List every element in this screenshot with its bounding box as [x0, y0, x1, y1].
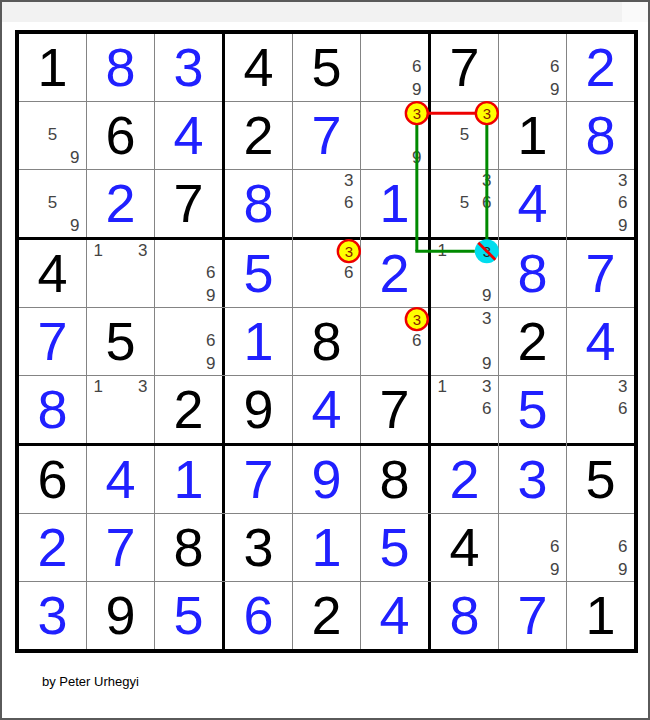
- cell-r9c8[interactable]: 7: [499, 582, 566, 649]
- cell-r1c7[interactable]: 7: [431, 34, 498, 101]
- top-strip: [2, 2, 648, 22]
- candidate-digit: 9: [544, 79, 566, 101]
- given-digit: 7: [361, 376, 428, 443]
- candidate-digit: 6: [612, 192, 634, 214]
- candidate-grid: 69: [155, 308, 222, 375]
- cell-r9c2[interactable]: 9: [87, 582, 154, 649]
- cell-r5c7[interactable]: 39: [431, 308, 498, 375]
- cell-r6c3[interactable]: 2: [155, 376, 222, 443]
- candidate-digit: 3: [476, 170, 498, 192]
- solved-digit: 7: [293, 102, 360, 169]
- cell-r4c6[interactable]: 2: [361, 240, 428, 307]
- cell-r6c1[interactable]: 8: [19, 376, 86, 443]
- candidate-digit: 6: [200, 262, 222, 284]
- solved-digit: 4: [361, 582, 428, 649]
- candidate-digit: 9: [64, 147, 86, 169]
- candidate-digit: 9: [476, 353, 498, 375]
- cell-r4c9[interactable]: 7: [567, 240, 634, 307]
- candidate-grid: 59: [19, 102, 86, 169]
- cell-r7c3[interactable]: 1: [155, 446, 222, 513]
- solved-digit: 4: [155, 102, 222, 169]
- candidate-grid: 69: [499, 34, 566, 101]
- candidate-digit: 9: [406, 147, 428, 169]
- cell-r5c6[interactable]: 36: [361, 308, 428, 375]
- candidate-digit: 6: [544, 56, 566, 78]
- cell-r6c8[interactable]: 5: [499, 376, 566, 443]
- solved-digit: 3: [499, 446, 566, 513]
- cell-r4c8[interactable]: 8: [499, 240, 566, 307]
- cell-r2c2[interactable]: 6: [87, 102, 154, 169]
- given-digit: 1: [567, 582, 634, 649]
- cell-r9c3[interactable]: 5: [155, 582, 222, 649]
- candidate-digit: 1: [87, 240, 109, 262]
- cell-r3c3[interactable]: 7: [155, 170, 222, 237]
- cell-r1c2[interactable]: 8: [87, 34, 154, 101]
- candidate-digit: 6: [200, 330, 222, 352]
- cell-r5c5[interactable]: 8: [293, 308, 360, 375]
- cell-r2c9[interactable]: 8: [567, 102, 634, 169]
- cell-r2c7[interactable]: 35: [431, 102, 498, 169]
- candidate-digit: 9: [64, 215, 86, 237]
- candidate-digit: 3: [476, 240, 498, 262]
- cell-r2c4[interactable]: 2: [225, 102, 292, 169]
- given-digit: 9: [87, 582, 154, 649]
- solved-digit: 1: [155, 446, 222, 513]
- candidate-grid: 36: [293, 240, 360, 307]
- candidate-digit: 9: [200, 285, 222, 307]
- sudoku-board: 1834569769259642739351859278361356436941…: [15, 30, 638, 653]
- solved-digit: 4: [293, 376, 360, 443]
- solved-digit: 4: [567, 308, 634, 375]
- solved-digit: 6: [225, 582, 292, 649]
- candidate-digit: 9: [476, 285, 498, 307]
- cell-r1c5[interactable]: 5: [293, 34, 360, 101]
- solved-digit: 7: [19, 308, 86, 375]
- solved-digit: 8: [499, 240, 566, 307]
- solved-digit: 4: [499, 170, 566, 237]
- cell-r3c2[interactable]: 2: [87, 170, 154, 237]
- given-digit: 6: [19, 446, 86, 513]
- candidate-digit: 3: [476, 102, 498, 124]
- candidate-digit: 1: [431, 376, 453, 398]
- candidate-digit: 3: [476, 376, 498, 398]
- cell-r3c4[interactable]: 8: [225, 170, 292, 237]
- candidate-digit: 6: [406, 330, 428, 352]
- cell-r5c9[interactable]: 4: [567, 308, 634, 375]
- candidate-grid: 356: [431, 170, 498, 237]
- candidate-digit: 5: [41, 124, 63, 146]
- candidate-digit: 5: [41, 192, 63, 214]
- cell-r9c7[interactable]: 8: [431, 582, 498, 649]
- candidate-digit: 6: [338, 262, 360, 284]
- candidate-digit: 3: [338, 240, 360, 262]
- cell-r6c2[interactable]: 13: [87, 376, 154, 443]
- cell-r9c6[interactable]: 4: [361, 582, 428, 649]
- given-digit: 5: [293, 34, 360, 101]
- candidate-digit: 6: [612, 536, 634, 558]
- cell-r3c7[interactable]: 356: [431, 170, 498, 237]
- candidate-digit: 3: [338, 170, 360, 192]
- cell-r1c9[interactable]: 2: [567, 34, 634, 101]
- candidate-digit: 1: [431, 240, 453, 262]
- cell-r2c1[interactable]: 59: [19, 102, 86, 169]
- candidate-grid: 36: [361, 308, 428, 375]
- cell-r7c6[interactable]: 8: [361, 446, 428, 513]
- candidate-digit: 9: [406, 79, 428, 101]
- given-digit: 7: [431, 34, 498, 101]
- solved-digit: 7: [499, 582, 566, 649]
- top-strip-corner: [622, 2, 648, 22]
- cell-r9c4[interactable]: 6: [225, 582, 292, 649]
- given-digit: 8: [361, 446, 428, 513]
- cell-r1c3[interactable]: 3: [155, 34, 222, 101]
- cell-r9c1[interactable]: 3: [19, 582, 86, 649]
- given-digit: 4: [431, 514, 498, 581]
- cell-r8c9[interactable]: 69: [567, 514, 634, 581]
- cell-r6c5[interactable]: 4: [293, 376, 360, 443]
- given-digit: 8: [155, 514, 222, 581]
- solved-digit: 5: [499, 376, 566, 443]
- cell-r5c1[interactable]: 7: [19, 308, 86, 375]
- candidate-grid: 39: [431, 308, 498, 375]
- given-digit: 6: [87, 102, 154, 169]
- cell-r3c9[interactable]: 369: [567, 170, 634, 237]
- given-digit: 9: [225, 376, 292, 443]
- cell-r5c2[interactable]: 5: [87, 308, 154, 375]
- candidate-digit: 6: [338, 192, 360, 214]
- solved-digit: 2: [361, 240, 428, 307]
- solved-digit: 8: [225, 170, 292, 237]
- puzzle-credit: by Peter Urhegyi: [42, 674, 139, 689]
- solved-digit: 3: [155, 34, 222, 101]
- solved-digit: 2: [567, 34, 634, 101]
- solved-digit: 5: [361, 514, 428, 581]
- cell-r8c3[interactable]: 8: [155, 514, 222, 581]
- given-digit: 2: [293, 582, 360, 649]
- cell-r7c4[interactable]: 7: [225, 446, 292, 513]
- candidate-grid: 59: [19, 170, 86, 237]
- candidate-digit: 3: [132, 376, 154, 398]
- cell-r4c4[interactable]: 5: [225, 240, 292, 307]
- candidate-digit: 9: [612, 215, 634, 237]
- cell-r7c2[interactable]: 4: [87, 446, 154, 513]
- cell-r4c2[interactable]: 13: [87, 240, 154, 307]
- given-digit: 1: [499, 102, 566, 169]
- cell-r2c6[interactable]: 39: [361, 102, 428, 169]
- cell-r2c8[interactable]: 1: [499, 102, 566, 169]
- cell-r7c7[interactable]: 2: [431, 446, 498, 513]
- solved-digit: 4: [87, 446, 154, 513]
- candidate-grid: 69: [567, 514, 634, 581]
- solved-digit: 1: [225, 308, 292, 375]
- cell-r7c1[interactable]: 6: [19, 446, 86, 513]
- solved-digit: 2: [87, 170, 154, 237]
- cell-r8c2[interactable]: 7: [87, 514, 154, 581]
- cell-r4c1[interactable]: 4: [19, 240, 86, 307]
- cell-r1c8[interactable]: 69: [499, 34, 566, 101]
- cell-r5c3[interactable]: 69: [155, 308, 222, 375]
- solved-digit: 9: [293, 446, 360, 513]
- candidate-grid: 36: [293, 170, 360, 237]
- solved-digit: 7: [567, 240, 634, 307]
- given-digit: 3: [225, 514, 292, 581]
- candidate-grid: 136: [431, 376, 498, 443]
- candidate-digit: 5: [453, 124, 475, 146]
- candidate-digit: 6: [476, 192, 498, 214]
- candidate-digit: 5: [453, 192, 475, 214]
- given-digit: 7: [155, 170, 222, 237]
- given-digit: 8: [293, 308, 360, 375]
- given-digit: 2: [155, 376, 222, 443]
- solved-digit: 2: [19, 514, 86, 581]
- solved-digit: 8: [87, 34, 154, 101]
- app-window: 1834569769259642739351859278361356436941…: [0, 0, 650, 720]
- cell-r7c9[interactable]: 5: [567, 446, 634, 513]
- candidate-digit: 3: [612, 170, 634, 192]
- solved-digit: 7: [87, 514, 154, 581]
- cell-r9c5[interactable]: 2: [293, 582, 360, 649]
- given-digit: 5: [87, 308, 154, 375]
- solved-digit: 2: [431, 446, 498, 513]
- candidate-digit: 9: [200, 353, 222, 375]
- candidate-digit: 1: [87, 376, 109, 398]
- candidate-digit: 6: [612, 398, 634, 420]
- given-digit: 1: [19, 34, 86, 101]
- cell-r7c5[interactable]: 9: [293, 446, 360, 513]
- candidate-digit: 6: [406, 56, 428, 78]
- solved-digit: 7: [225, 446, 292, 513]
- candidate-grid: 39: [361, 102, 428, 169]
- candidate-digit: 3: [406, 102, 428, 124]
- cell-r4c7[interactable]: 139: [431, 240, 498, 307]
- cell-r6c4[interactable]: 9: [225, 376, 292, 443]
- cell-r1c6[interactable]: 69: [361, 34, 428, 101]
- candidate-digit: 3: [406, 308, 428, 330]
- candidate-digit: 6: [544, 536, 566, 558]
- candidate-grid: 369: [567, 170, 634, 237]
- cell-r3c6[interactable]: 1: [361, 170, 428, 237]
- given-digit: 4: [19, 240, 86, 307]
- cell-r1c4[interactable]: 4: [225, 34, 292, 101]
- cell-r4c3[interactable]: 69: [155, 240, 222, 307]
- cell-r7c8[interactable]: 3: [499, 446, 566, 513]
- candidate-digit: 6: [476, 398, 498, 420]
- given-digit: 4: [225, 34, 292, 101]
- solved-digit: 1: [293, 514, 360, 581]
- candidate-digit: 9: [544, 559, 566, 581]
- cell-r3c8[interactable]: 4: [499, 170, 566, 237]
- candidate-grid: 35: [431, 102, 498, 169]
- candidate-grid: 13: [87, 240, 154, 307]
- cell-r8c4[interactable]: 3: [225, 514, 292, 581]
- given-digit: 2: [225, 102, 292, 169]
- cell-r8c5[interactable]: 1: [293, 514, 360, 581]
- candidate-grid: 69: [361, 34, 428, 101]
- candidate-digit: 3: [132, 240, 154, 262]
- cell-r4c5[interactable]: 36: [293, 240, 360, 307]
- cell-r5c8[interactable]: 2: [499, 308, 566, 375]
- candidate-grid: 69: [155, 240, 222, 307]
- candidate-digit: 3: [612, 376, 634, 398]
- cell-r6c7[interactable]: 136: [431, 376, 498, 443]
- cell-r6c6[interactable]: 7: [361, 376, 428, 443]
- solved-digit: 5: [155, 582, 222, 649]
- given-digit: 2: [499, 308, 566, 375]
- cell-r1c1[interactable]: 1: [19, 34, 86, 101]
- candidate-grid: 13: [87, 376, 154, 443]
- cell-r8c7[interactable]: 4: [431, 514, 498, 581]
- cell-r8c6[interactable]: 5: [361, 514, 428, 581]
- cell-r2c5[interactable]: 7: [293, 102, 360, 169]
- solved-digit: 1: [361, 170, 428, 237]
- candidate-grid: 69: [499, 514, 566, 581]
- given-digit: 5: [567, 446, 634, 513]
- candidate-digit: 9: [612, 559, 634, 581]
- cell-r5c4[interactable]: 1: [225, 308, 292, 375]
- solved-digit: 8: [19, 376, 86, 443]
- cell-r8c1[interactable]: 2: [19, 514, 86, 581]
- cell-r6c9[interactable]: 36: [567, 376, 634, 443]
- cell-r2c3[interactable]: 4: [155, 102, 222, 169]
- cell-r3c1[interactable]: 59: [19, 170, 86, 237]
- solved-digit: 3: [19, 582, 86, 649]
- cell-r9c9[interactable]: 1: [567, 582, 634, 649]
- candidate-digit: 3: [476, 308, 498, 330]
- cell-r3c5[interactable]: 36: [293, 170, 360, 237]
- solved-digit: 8: [567, 102, 634, 169]
- candidate-grid: 36: [567, 376, 634, 443]
- solved-digit: 8: [431, 582, 498, 649]
- solved-digit: 5: [225, 240, 292, 307]
- cell-r8c8[interactable]: 69: [499, 514, 566, 581]
- candidate-grid: 139: [431, 240, 498, 307]
